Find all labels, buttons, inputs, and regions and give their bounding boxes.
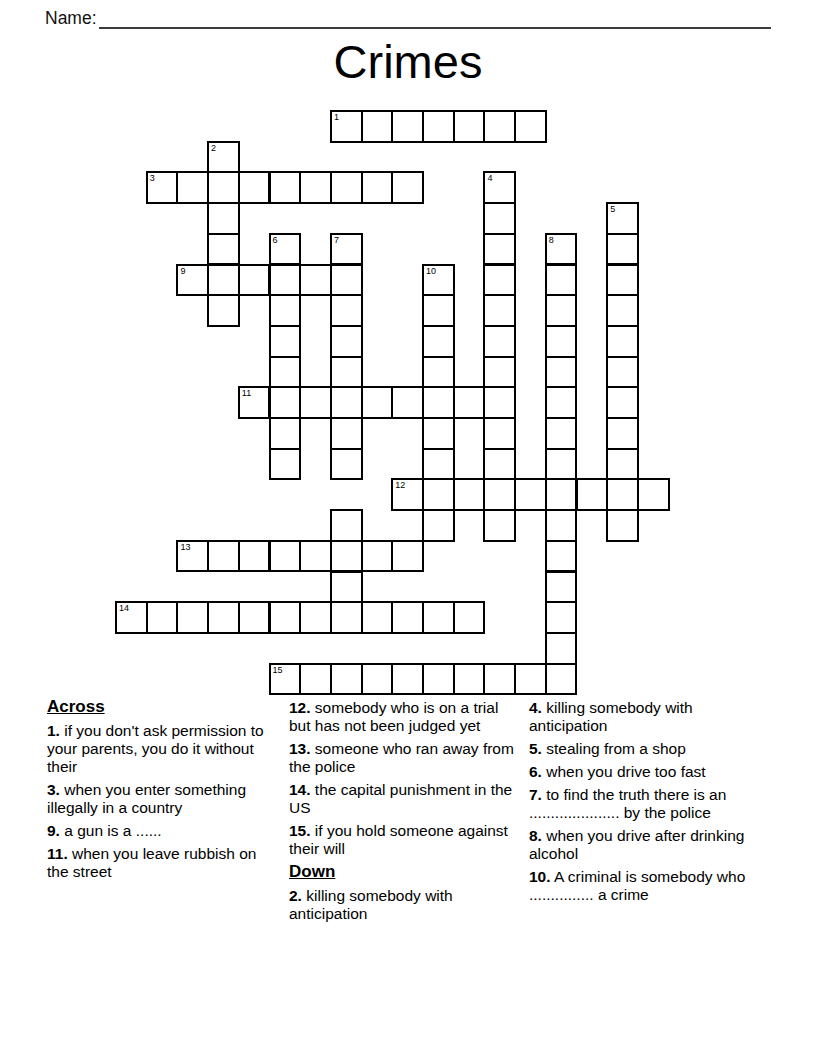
cell-number: 11 [242,388,251,398]
grid-cell[interactable] [176,171,209,204]
clue-number: 4. [529,699,542,716]
grid-cell[interactable] [422,448,455,481]
clue-number: 12. [289,699,311,716]
grid-cell[interactable] [422,110,455,143]
grid-cell[interactable]: 8 [545,233,578,266]
clue-number: 14. [289,781,311,798]
grid-cell[interactable] [483,663,516,696]
grid-cell[interactable] [483,356,516,389]
grid-cell[interactable]: 3 [146,171,179,204]
grid-cell[interactable] [269,171,302,204]
grid-cell[interactable] [391,601,424,634]
clue-number: 2. [289,887,302,904]
grid-cell[interactable] [391,110,424,143]
clue-item-1: 1. if you don't ask permission to your p… [47,722,275,776]
across-header: Across [47,698,275,716]
grid-cell[interactable] [483,110,516,143]
grid-cell[interactable] [422,386,455,419]
grid-cell[interactable] [330,264,363,297]
grid-cell[interactable] [453,601,486,634]
grid-cell[interactable] [207,540,240,573]
grid-cell[interactable] [545,509,578,542]
grid-cell[interactable] [453,478,486,511]
grid-cell[interactable]: 5 [606,202,639,235]
clue-item-5: 5. stealing from a shop [529,740,767,758]
grid-cell[interactable] [299,171,332,204]
grid-cell[interactable] [545,632,578,665]
grid-cell[interactable] [391,171,424,204]
grid-cell[interactable] [637,478,670,511]
cell-number: 14 [119,603,129,613]
clue-number: 13. [289,740,311,757]
grid-cell[interactable] [330,325,363,358]
grid-cell[interactable] [422,356,455,389]
grid-cell[interactable] [176,601,209,634]
clue-number: 11. [47,845,68,862]
grid-cell[interactable] [576,478,609,511]
grid-cell[interactable] [545,294,578,327]
grid-cell[interactable] [545,478,578,511]
grid-cell[interactable] [269,540,302,573]
grid-cell[interactable] [269,294,302,327]
grid-cell[interactable] [545,325,578,358]
grid-cell[interactable] [422,325,455,358]
name-input-line[interactable] [99,9,771,29]
grid-cell[interactable] [545,356,578,389]
grid-cell[interactable] [606,417,639,450]
clue-number: 3. [47,781,60,798]
grid-cell[interactable] [330,356,363,389]
clue-number: 5. [529,740,542,757]
grid-cell[interactable] [483,417,516,450]
cell-number: 15 [273,665,283,675]
grid-cell[interactable] [238,264,271,297]
grid-cell[interactable] [422,417,455,450]
clue-column-right: 4. killing somebody with anticipation5. … [529,699,767,909]
grid-cell[interactable] [361,601,394,634]
grid-cell[interactable] [606,509,639,542]
clue-item-7: 7. to find the truth there is an .......… [529,786,767,822]
grid-cell[interactable]: 6 [269,233,302,266]
grid-cell[interactable] [299,386,332,419]
grid-cell[interactable] [269,356,302,389]
grid-cell[interactable] [269,448,302,481]
grid-cell[interactable] [483,264,516,297]
grid-cell[interactable] [545,417,578,450]
cell-number: 13 [180,542,190,552]
clue-item-3: 3. when you enter something illegally in… [47,781,275,817]
grid-cell[interactable] [330,386,363,419]
grid-cell[interactable] [483,509,516,542]
grid-cell[interactable] [606,386,639,419]
grid-cell[interactable] [483,202,516,235]
grid-cell[interactable] [545,448,578,481]
grid-cell[interactable] [361,110,394,143]
grid-cell[interactable] [483,448,516,481]
grid-cell[interactable] [299,663,332,696]
cell-number: 10 [426,266,436,276]
clue-item-11: 11. when you leave rubbish on the street [47,845,275,881]
grid-cell[interactable] [453,386,486,419]
cell-number: 7 [334,235,339,245]
grid-cell[interactable] [391,663,424,696]
grid-cell[interactable] [606,478,639,511]
grid-cell[interactable] [269,601,302,634]
grid-cell[interactable] [422,663,455,696]
clue-number: 7. [529,786,542,803]
grid-cell[interactable] [483,325,516,358]
grid-cell[interactable] [269,386,302,419]
grid-cell[interactable] [514,663,547,696]
grid-cell[interactable] [299,540,332,573]
grid-cell[interactable] [483,294,516,327]
grid-cell[interactable] [483,478,516,511]
clue-item-12: 12. somebody who is on a trial but has n… [289,699,521,735]
cell-number: 3 [150,173,155,183]
grid-cell[interactable] [330,663,363,696]
grid-cell[interactable]: 14 [115,601,148,634]
cell-number: 4 [487,173,492,183]
clue-item-15: 15. if you hold someone against their wi… [289,822,521,858]
grid-cell[interactable] [330,171,363,204]
grid-cell[interactable] [422,601,455,634]
grid-cell[interactable] [361,171,394,204]
grid-cell[interactable] [299,601,332,634]
grid-cell[interactable] [299,264,332,297]
name-label: Name: [45,8,97,29]
cell-number: 1 [334,112,339,122]
clue-number: 10. [529,868,551,885]
clue-column-middle: 12. somebody who is on a trial but has n… [289,699,521,928]
grid-cell[interactable] [545,264,578,297]
grid-cell[interactable] [269,325,302,358]
grid-cell[interactable] [422,294,455,327]
grid-cell[interactable] [207,233,240,266]
clue-item-2: 2. killing somebody with anticipation [289,887,521,923]
grid-cell[interactable] [606,294,639,327]
grid-cell[interactable] [453,663,486,696]
grid-cell[interactable] [422,509,455,542]
grid-cell[interactable]: 2 [207,141,240,174]
clue-item-9: 9. a gun is a ...... [47,822,275,840]
grid-cell[interactable] [545,571,578,604]
grid-cell[interactable] [606,448,639,481]
grid-cell[interactable] [330,540,363,573]
clue-item-14: 14. the capital punishment in the US [289,781,521,817]
grid-cell[interactable] [238,540,271,573]
grid-cell[interactable] [330,417,363,450]
cell-number: 6 [273,235,278,245]
grid-cell[interactable] [238,171,271,204]
grid-cell[interactable] [269,264,302,297]
grid-cell[interactable]: 9 [176,264,209,297]
grid-cell[interactable] [483,233,516,266]
clue-number: 1. [47,722,60,739]
grid-cell[interactable] [606,356,639,389]
grid-cell[interactable]: 11 [238,386,271,419]
puzzle-title: Crimes [0,34,816,89]
grid-cell[interactable] [361,663,394,696]
cell-number: 5 [610,204,615,214]
grid-cell[interactable] [330,601,363,634]
grid-cell[interactable] [238,601,271,634]
cell-number: 9 [180,266,185,276]
clue-item-10: 10. A criminal is somebody who .........… [529,868,767,904]
grid-cell[interactable] [545,540,578,573]
grid-cell[interactable] [361,386,394,419]
grid-cell[interactable]: 15 [269,663,302,696]
grid-cell[interactable] [606,264,639,297]
grid-cell[interactable] [207,171,240,204]
cell-number: 12 [395,480,405,490]
grid-cell[interactable] [422,478,455,511]
grid-cell[interactable] [453,110,486,143]
clue-number: 9. [47,822,60,839]
grid-cell[interactable]: 12 [391,478,424,511]
grid-cell[interactable] [545,663,578,696]
grid-cell[interactable]: 1 [330,110,363,143]
cell-number: 2 [211,143,216,153]
clue-item-8: 8. when you drive after drinking alcohol [529,827,767,863]
grid-cell[interactable] [391,386,424,419]
clue-item-6: 6. when you drive too fast [529,763,767,781]
crossword-worksheet: { "game": "crossword", "title": "Crimes"… [0,0,816,1056]
grid-cell[interactable] [269,417,302,450]
grid-cell[interactable] [207,601,240,634]
grid-cell[interactable]: 7 [330,233,363,266]
clue-number: 15. [289,822,311,839]
grid-cell[interactable] [391,540,424,573]
cell-number: 8 [549,235,554,245]
clue-item-4: 4. killing somebody with anticipation [529,699,767,735]
grid-cell[interactable] [514,110,547,143]
grid-cell[interactable]: 10 [422,264,455,297]
grid-cell[interactable] [207,294,240,327]
grid-cell[interactable] [545,386,578,419]
clue-number: 8. [529,827,542,844]
grid-cell[interactable] [330,448,363,481]
down-header: Down [289,863,521,881]
grid-cell[interactable] [545,601,578,634]
grid-cell[interactable] [330,509,363,542]
grid-cell[interactable]: 13 [176,540,209,573]
grid-cell[interactable] [361,540,394,573]
grid-cell[interactable] [483,386,516,419]
grid-cell[interactable] [207,202,240,235]
grid-cell[interactable] [514,478,547,511]
clue-item-13: 13. someone who ran away from the police [289,740,521,776]
grid-cell[interactable] [606,233,639,266]
clue-number: 6. [529,763,542,780]
grid-cell[interactable] [606,325,639,358]
clue-column-left: Across1. if you don't ask permission to … [47,698,275,886]
grid-cell[interactable] [330,571,363,604]
grid-cell[interactable]: 4 [483,171,516,204]
grid-cell[interactable] [207,264,240,297]
grid-cell[interactable] [330,294,363,327]
grid-cell[interactable] [146,601,179,634]
